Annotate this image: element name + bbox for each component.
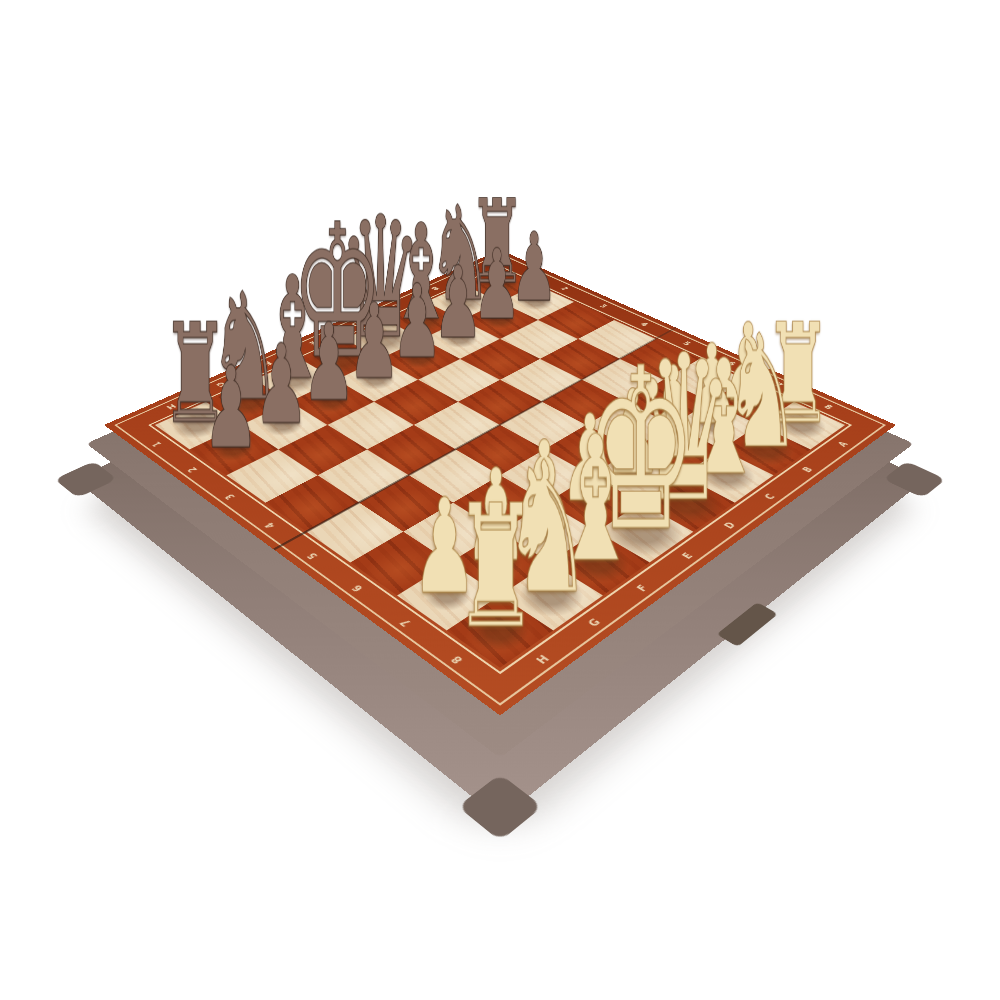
case-foot bbox=[457, 774, 542, 842]
board-surface: ♜♞♝♛♚♝♞♜♟♟♟♟♟♟♟♟♟♟♟♟♟♟♟♟♜♞♝♛♚♝♞♜ AA88BB7… bbox=[104, 250, 896, 716]
square-h3 bbox=[226, 449, 317, 502]
square-f3 bbox=[327, 402, 413, 450]
square-h8: ♜ bbox=[447, 595, 553, 667]
case-foot bbox=[54, 461, 117, 498]
product-photo-background: ♜♞♝♛♚♝♞♜♟♟♟♟♟♟♟♟♟♟♟♟♟♟♟♟♜♞♝♛♚♝♞♜ AA88BB7… bbox=[0, 0, 1000, 1000]
case-foot bbox=[883, 461, 946, 498]
board-3d: ♜♞♝♛♚♝♞♜♟♟♟♟♟♟♟♟♟♟♟♟♟♟♟♟♜♞♝♛♚♝♞♜ AA88BB7… bbox=[104, 250, 896, 716]
square-g4 bbox=[318, 449, 409, 502]
